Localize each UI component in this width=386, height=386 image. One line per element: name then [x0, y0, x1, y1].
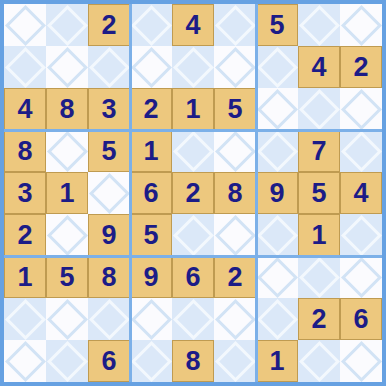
diamond-icon	[172, 130, 213, 171]
cell-r6c1: 2	[4, 214, 46, 256]
cell-r7c1: 1	[4, 256, 46, 298]
cell-r9c7: 1	[256, 340, 298, 382]
cell-r4c1: 8	[4, 130, 46, 172]
cell-r5c7: 9	[256, 172, 298, 214]
cell-r7c8[interactable]	[298, 256, 340, 298]
cell-r9c8[interactable]	[298, 340, 340, 382]
cell-r3c8[interactable]	[298, 88, 340, 130]
cell-r6c9[interactable]	[340, 214, 382, 256]
cell-r7c4: 9	[130, 256, 172, 298]
cell-r3c2: 8	[46, 88, 88, 130]
diamond-icon	[256, 298, 297, 339]
cell-r8c4[interactable]	[130, 298, 172, 340]
cell-r6c7[interactable]	[256, 214, 298, 256]
diamond-icon	[46, 340, 87, 381]
cell-r6c4: 5	[130, 214, 172, 256]
cell-r5c8: 5	[298, 172, 340, 214]
diamond-icon	[172, 46, 213, 87]
diamond-icon	[214, 130, 255, 171]
cell-r1c9[interactable]	[340, 4, 382, 46]
cell-r5c6: 8	[214, 172, 256, 214]
cell-r4c3: 5	[88, 130, 130, 172]
diamond-icon	[130, 4, 171, 45]
cell-r6c2[interactable]	[46, 214, 88, 256]
diamond-icon	[340, 214, 381, 255]
cell-r1c5: 4	[172, 4, 214, 46]
cell-r5c9: 4	[340, 172, 382, 214]
diamond-icon	[4, 4, 45, 45]
cell-r3c1: 4	[4, 88, 46, 130]
cell-r4c9[interactable]	[340, 130, 382, 172]
diamond-icon	[46, 130, 87, 171]
diamond-icon	[214, 298, 255, 339]
sudoku-grid: 24542483215851731628954295115896226681	[4, 4, 382, 382]
cell-r7c7[interactable]	[256, 256, 298, 298]
diamond-icon	[4, 340, 45, 381]
diamond-icon	[340, 4, 381, 45]
cell-r2c9: 2	[340, 46, 382, 88]
cell-r9c5: 8	[172, 340, 214, 382]
cell-r4c6[interactable]	[214, 130, 256, 172]
diamond-icon	[130, 298, 171, 339]
cell-r6c3: 9	[88, 214, 130, 256]
diamond-icon	[214, 340, 255, 381]
cell-r2c3[interactable]	[88, 46, 130, 88]
diamond-icon	[256, 46, 297, 87]
cell-r8c9: 6	[340, 298, 382, 340]
sudoku-board: 24542483215851731628954295115896226681	[0, 0, 386, 386]
cell-r5c4: 6	[130, 172, 172, 214]
cell-r9c6[interactable]	[214, 340, 256, 382]
diamond-icon	[172, 298, 213, 339]
cell-r7c3: 8	[88, 256, 130, 298]
cell-r3c4: 2	[130, 88, 172, 130]
cell-r8c8: 2	[298, 298, 340, 340]
cell-r3c3: 3	[88, 88, 130, 130]
diamond-icon	[88, 172, 129, 213]
diamond-icon	[298, 256, 339, 297]
diamond-icon	[214, 46, 255, 87]
cell-r8c6[interactable]	[214, 298, 256, 340]
diamond-icon	[46, 298, 87, 339]
cell-r3c5: 1	[172, 88, 214, 130]
diamond-icon	[256, 256, 297, 297]
cell-r8c7[interactable]	[256, 298, 298, 340]
cell-r5c3[interactable]	[88, 172, 130, 214]
cell-r2c5[interactable]	[172, 46, 214, 88]
diamond-icon	[298, 88, 339, 129]
cell-r6c8: 1	[298, 214, 340, 256]
cell-r2c4[interactable]	[130, 46, 172, 88]
cell-r4c2[interactable]	[46, 130, 88, 172]
cell-r7c2: 5	[46, 256, 88, 298]
diamond-icon	[214, 4, 255, 45]
cell-r3c7[interactable]	[256, 88, 298, 130]
diamond-icon	[130, 46, 171, 87]
cell-r8c1[interactable]	[4, 298, 46, 340]
diamond-icon	[130, 340, 171, 381]
cell-r2c6[interactable]	[214, 46, 256, 88]
cell-r2c1[interactable]	[4, 46, 46, 88]
diamond-icon	[256, 214, 297, 255]
diamond-icon	[46, 46, 87, 87]
cell-r5c1: 3	[4, 172, 46, 214]
diamond-icon	[340, 88, 381, 129]
cell-r7c9[interactable]	[340, 256, 382, 298]
diamond-icon	[46, 4, 87, 45]
diamond-icon	[88, 298, 129, 339]
cell-r1c1[interactable]	[4, 4, 46, 46]
diamond-icon	[214, 214, 255, 255]
diamond-icon	[340, 130, 381, 171]
cell-r2c2[interactable]	[46, 46, 88, 88]
cell-r6c6[interactable]	[214, 214, 256, 256]
cell-r9c4[interactable]	[130, 340, 172, 382]
cell-r8c3[interactable]	[88, 298, 130, 340]
cell-r5c2: 1	[46, 172, 88, 214]
diamond-icon	[4, 46, 45, 87]
diamond-icon	[46, 214, 87, 255]
cell-r5c5: 2	[172, 172, 214, 214]
cell-r1c6[interactable]	[214, 4, 256, 46]
cell-r3c6: 5	[214, 88, 256, 130]
cell-r7c5: 6	[172, 256, 214, 298]
diamond-icon	[172, 214, 213, 255]
cell-r4c7[interactable]	[256, 130, 298, 172]
diamond-icon	[4, 298, 45, 339]
diamond-icon	[298, 340, 339, 381]
diamond-icon	[298, 4, 339, 45]
cell-r4c8: 7	[298, 130, 340, 172]
cell-r1c3: 2	[88, 4, 130, 46]
diamond-icon	[340, 340, 381, 381]
cell-r4c4: 1	[130, 130, 172, 172]
diamond-icon	[256, 130, 297, 171]
cell-r1c2[interactable]	[46, 4, 88, 46]
cell-r1c4[interactable]	[130, 4, 172, 46]
cell-r2c8: 4	[298, 46, 340, 88]
diamond-icon	[88, 46, 129, 87]
cell-r7c6: 2	[214, 256, 256, 298]
cell-r9c9[interactable]	[340, 340, 382, 382]
cell-r2c7[interactable]	[256, 46, 298, 88]
cell-r8c2[interactable]	[46, 298, 88, 340]
diamond-icon	[256, 88, 297, 129]
cell-r8c5[interactable]	[172, 298, 214, 340]
cell-r1c8[interactable]	[298, 4, 340, 46]
cell-r3c9[interactable]	[340, 88, 382, 130]
cell-r6c5[interactable]	[172, 214, 214, 256]
cell-r9c1[interactable]	[4, 340, 46, 382]
cell-r1c7: 5	[256, 4, 298, 46]
diamond-icon	[340, 256, 381, 297]
cell-r9c2[interactable]	[46, 340, 88, 382]
cell-r9c3: 6	[88, 340, 130, 382]
cell-r4c5[interactable]	[172, 130, 214, 172]
